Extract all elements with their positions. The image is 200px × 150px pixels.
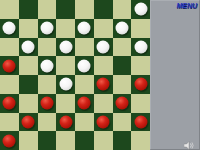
- square-d3: [56, 94, 75, 113]
- square-f6[interactable]: [94, 38, 113, 57]
- square-b6[interactable]: [19, 38, 38, 57]
- square-a4: [0, 75, 19, 94]
- white-checker[interactable]: [3, 22, 16, 35]
- square-a7[interactable]: [0, 19, 19, 38]
- square-f3: [94, 94, 113, 113]
- checkers-app: MENU: [0, 0, 200, 150]
- square-a6: [0, 38, 19, 57]
- square-b8[interactable]: [19, 0, 38, 19]
- square-d8[interactable]: [56, 0, 75, 19]
- speaker-icon[interactable]: [184, 136, 195, 145]
- side-panel: MENU: [150, 0, 200, 150]
- square-g6: [113, 38, 132, 57]
- red-checker[interactable]: [134, 115, 147, 128]
- red-checker[interactable]: [134, 78, 147, 91]
- square-b2[interactable]: [19, 113, 38, 132]
- red-checker[interactable]: [22, 115, 35, 128]
- square-c6: [38, 38, 57, 57]
- square-f1: [94, 131, 113, 150]
- white-checker[interactable]: [40, 22, 53, 35]
- square-a2: [0, 113, 19, 132]
- square-b1: [19, 131, 38, 150]
- square-e6: [75, 38, 94, 57]
- square-c2: [38, 113, 57, 132]
- square-c1[interactable]: [38, 131, 57, 150]
- square-e2: [75, 113, 94, 132]
- white-checker[interactable]: [134, 40, 147, 53]
- square-c8: [38, 0, 57, 19]
- red-checker[interactable]: [78, 97, 91, 110]
- board: [0, 0, 150, 150]
- square-g7[interactable]: [113, 19, 132, 38]
- square-d1: [56, 131, 75, 150]
- red-checker[interactable]: [59, 115, 72, 128]
- square-d7: [56, 19, 75, 38]
- square-a8: [0, 0, 19, 19]
- square-d2[interactable]: [56, 113, 75, 132]
- square-f5: [94, 56, 113, 75]
- square-a1[interactable]: [0, 131, 19, 150]
- square-b7: [19, 19, 38, 38]
- red-checker[interactable]: [97, 78, 110, 91]
- square-a5[interactable]: [0, 56, 19, 75]
- white-checker[interactable]: [22, 40, 35, 53]
- red-checker[interactable]: [3, 134, 16, 147]
- square-c4: [38, 75, 57, 94]
- red-checker[interactable]: [3, 59, 16, 72]
- white-checker[interactable]: [59, 40, 72, 53]
- white-checker[interactable]: [40, 59, 53, 72]
- square-g8: [113, 0, 132, 19]
- square-f8[interactable]: [94, 0, 113, 19]
- square-h3: [131, 94, 150, 113]
- square-f2[interactable]: [94, 113, 113, 132]
- square-c3[interactable]: [38, 94, 57, 113]
- white-checker[interactable]: [78, 22, 91, 35]
- square-d6[interactable]: [56, 38, 75, 57]
- white-checker[interactable]: [115, 22, 128, 35]
- white-checker[interactable]: [134, 3, 147, 16]
- square-e5[interactable]: [75, 56, 94, 75]
- square-d5: [56, 56, 75, 75]
- square-h6[interactable]: [131, 38, 150, 57]
- square-e3[interactable]: [75, 94, 94, 113]
- square-g5[interactable]: [113, 56, 132, 75]
- square-d4[interactable]: [56, 75, 75, 94]
- square-g2: [113, 113, 132, 132]
- square-c7[interactable]: [38, 19, 57, 38]
- square-h2[interactable]: [131, 113, 150, 132]
- white-checker[interactable]: [78, 59, 91, 72]
- square-e8: [75, 0, 94, 19]
- square-h5: [131, 56, 150, 75]
- square-h7: [131, 19, 150, 38]
- square-g4: [113, 75, 132, 94]
- red-checker[interactable]: [115, 97, 128, 110]
- square-e4: [75, 75, 94, 94]
- red-checker[interactable]: [3, 97, 16, 110]
- square-g1[interactable]: [113, 131, 132, 150]
- square-g3[interactable]: [113, 94, 132, 113]
- red-checker[interactable]: [97, 115, 110, 128]
- square-a3[interactable]: [0, 94, 19, 113]
- white-checker[interactable]: [97, 40, 110, 53]
- square-b3: [19, 94, 38, 113]
- square-c5[interactable]: [38, 56, 57, 75]
- red-checker[interactable]: [40, 97, 53, 110]
- square-f7: [94, 19, 113, 38]
- square-h4[interactable]: [131, 75, 150, 94]
- square-b4[interactable]: [19, 75, 38, 94]
- square-h1: [131, 131, 150, 150]
- square-b5: [19, 56, 38, 75]
- white-checker[interactable]: [59, 78, 72, 91]
- menu-button[interactable]: MENU: [176, 2, 197, 9]
- square-e1[interactable]: [75, 131, 94, 150]
- square-e7[interactable]: [75, 19, 94, 38]
- square-f4[interactable]: [94, 75, 113, 94]
- square-h8[interactable]: [131, 0, 150, 19]
